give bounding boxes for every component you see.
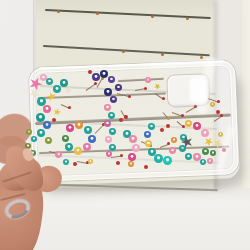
pressed-flower xyxy=(55,151,62,158)
pressed-flower xyxy=(193,122,201,130)
flower-bud xyxy=(216,110,220,114)
flower-bud xyxy=(166,124,170,128)
pressed-flower xyxy=(43,121,51,129)
flower-bud xyxy=(160,128,164,132)
pressed-flower xyxy=(203,136,216,149)
pressed-flower xyxy=(106,151,112,157)
pressed-flower xyxy=(66,124,74,132)
pressed-flower xyxy=(45,137,52,144)
pressed-flower xyxy=(179,145,186,152)
pressed-flower xyxy=(88,159,93,164)
flower-bud-tip xyxy=(162,97,165,100)
pressed-flower xyxy=(200,159,206,165)
pressed-flower xyxy=(74,147,82,155)
pressed-flower xyxy=(128,153,136,161)
pressed-flower xyxy=(36,113,45,122)
flower-bud-tip xyxy=(217,100,220,103)
flower-bud xyxy=(124,115,128,119)
pressed-flower xyxy=(201,129,209,137)
pressed-flower xyxy=(92,73,100,81)
flower-bud-tip xyxy=(144,87,147,90)
pressed-flower xyxy=(185,120,192,127)
pressed-flower xyxy=(109,144,116,151)
pressed-flower xyxy=(46,78,53,85)
pressed-flower xyxy=(104,120,111,127)
pressed-flower xyxy=(53,85,61,93)
flower-bud-tip xyxy=(68,106,71,109)
flower-bud xyxy=(119,118,123,122)
pressed-flower xyxy=(105,136,112,143)
flower-bud xyxy=(52,118,56,122)
pressed-flower xyxy=(37,129,45,137)
flower-bud-tip xyxy=(220,114,223,117)
pressed-flower xyxy=(169,147,176,154)
pressed-flower xyxy=(132,144,140,152)
pressed-flower xyxy=(145,140,152,147)
pressed-flower xyxy=(104,104,111,111)
pressed-flower xyxy=(163,156,172,165)
pressed-flower xyxy=(100,70,108,78)
pressed-flower xyxy=(210,150,216,156)
pressed-flower xyxy=(218,132,223,137)
pressed-flower xyxy=(52,107,62,117)
pressed-flower xyxy=(65,143,73,151)
pressed-flower xyxy=(171,137,177,143)
pressed-flower xyxy=(145,77,151,83)
pressed-flower xyxy=(104,88,112,96)
pressed-flower xyxy=(154,154,163,163)
flower-bud-tip xyxy=(167,117,170,120)
pressed-flower xyxy=(62,135,69,142)
pressed-flower xyxy=(152,81,161,90)
photo-scene xyxy=(0,0,250,250)
pressed-flower xyxy=(83,143,91,151)
pressed-flower xyxy=(202,148,209,155)
pressed-flower xyxy=(207,158,213,164)
flower-bud-tip xyxy=(120,154,123,157)
pressed-flower xyxy=(129,135,137,143)
pressed-flower xyxy=(63,159,69,165)
pressed-flower xyxy=(110,96,117,103)
pressed-flower xyxy=(210,102,215,107)
pressed-flower xyxy=(37,97,46,106)
flower-bud-tip xyxy=(128,95,131,98)
pressed-flower xyxy=(84,126,92,134)
flower-bud-tip xyxy=(167,142,170,145)
pressed-flower xyxy=(148,123,155,130)
flower-bud xyxy=(144,165,148,169)
pressed-flower xyxy=(31,136,37,142)
pressed-flower xyxy=(108,112,115,119)
pressed-flower xyxy=(75,121,83,129)
flower-bud xyxy=(116,161,120,165)
pressed-flower xyxy=(43,105,51,113)
flower-bud xyxy=(73,162,77,166)
flower-bud-tip xyxy=(181,114,184,117)
pressed-flower xyxy=(109,128,116,135)
pressed-flower xyxy=(60,79,68,87)
pressed-flower xyxy=(115,84,122,91)
pressed-flower xyxy=(108,76,115,83)
flower-bud xyxy=(88,70,92,74)
pressed-flower xyxy=(88,135,96,143)
pressed-flower xyxy=(144,131,151,138)
flower-stem xyxy=(95,125,104,134)
pressed-flower xyxy=(26,129,32,135)
pressed-flower xyxy=(185,153,192,160)
pressed-flower xyxy=(128,161,134,167)
